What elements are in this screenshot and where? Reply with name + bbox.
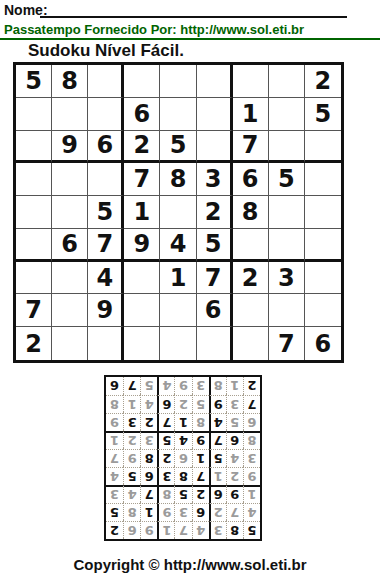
puzzle-cell-r3c8 (269, 131, 305, 164)
solution-cell-r6c1: 8 (243, 431, 260, 449)
puzzle-cell-r5c6: 2 (197, 196, 233, 229)
solution-cell-r1c8: 6 (123, 521, 140, 539)
puzzle-cell-r5c5 (160, 196, 196, 229)
puzzle-cell-r3c5: 5 (160, 131, 196, 164)
solution-cell-r3c1: 1 (243, 485, 260, 503)
solution-cell-r4c8: 5 (123, 467, 140, 485)
puzzle-cell-r9c9: 6 (305, 327, 341, 360)
puzzle-cell-r2c8 (269, 98, 305, 131)
solution-cell-r5c4: 1 (192, 449, 209, 467)
solution-cell-r1c5: 7 (174, 521, 191, 539)
solution-cell-r5c3: 5 (209, 449, 226, 467)
puzzle-cell-r8c1: 7 (16, 294, 52, 327)
solution-cell-r7c7: 2 (140, 413, 157, 431)
solution-cell-r9c8: 7 (123, 377, 140, 395)
solution-cell-r8c3: 9 (209, 395, 226, 413)
puzzle-cell-r1c7 (233, 65, 269, 98)
puzzle-cell-r4c4: 7 (124, 163, 160, 196)
solution-cell-r2c4: 6 (192, 503, 209, 521)
solution-cell-r6c3: 7 (209, 431, 226, 449)
solution-cell-r6c8: 2 (123, 431, 140, 449)
solution-cell-r1c6: 1 (157, 521, 174, 539)
puzzle-cell-r9c5 (160, 327, 196, 360)
puzzle-cell-r9c8: 7 (269, 327, 305, 360)
provided-by-rule (0, 38, 380, 40)
puzzle-cell-r7c5: 1 (160, 262, 196, 295)
puzzle-cell-r9c4 (124, 327, 160, 360)
solution-cell-r3c3: 6 (209, 485, 226, 503)
solution-cell-r3c9: 3 (106, 485, 123, 503)
puzzle-cell-r4c7: 6 (233, 163, 269, 196)
puzzle-cell-r4c1 (16, 163, 52, 196)
puzzle-cell-r4c2 (52, 163, 88, 196)
solution-cell-r7c9: 9 (106, 413, 123, 431)
puzzle-cell-r3c9 (305, 131, 341, 164)
puzzle-cell-r6c6: 5 (197, 229, 233, 262)
solution-cell-r7c5: 1 (174, 413, 191, 431)
puzzle-cell-r6c8 (269, 229, 305, 262)
puzzle-cell-r7c7: 2 (233, 262, 269, 295)
puzzle-cell-r4c3 (88, 163, 124, 196)
puzzle-cell-r7c9 (305, 262, 341, 295)
puzzle-cell-r7c3: 4 (88, 262, 124, 295)
puzzle-cell-r3c6 (197, 131, 233, 164)
solution-cell-r1c1: 5 (243, 521, 260, 539)
solution-cell-r3c7: 7 (140, 485, 157, 503)
puzzle-cell-r8c7 (233, 294, 269, 327)
puzzle-cell-r5c8 (269, 196, 305, 229)
puzzle-cell-r3c3: 6 (88, 131, 124, 164)
solution-cell-r1c4: 4 (192, 521, 209, 539)
solution-cell-r4c1: 9 (243, 467, 260, 485)
puzzle-cell-r1c4 (124, 65, 160, 98)
puzzle-cell-r1c8 (269, 65, 305, 98)
solution-cell-r1c7: 9 (140, 521, 157, 539)
puzzle-cell-r6c1 (16, 229, 52, 262)
solution-cell-r4c3: 1 (209, 467, 226, 485)
copyright-text: Copyright © http://www.sol.eti.br (0, 556, 380, 573)
puzzle-cell-r1c2: 8 (52, 65, 88, 98)
puzzle-cell-r9c1: 2 (16, 327, 52, 360)
solution-cell-r8c7: 4 (140, 395, 157, 413)
solution-cell-r2c1: 4 (243, 503, 260, 521)
puzzle-cell-r9c3 (88, 327, 124, 360)
puzzle-cell-r5c2 (52, 196, 88, 229)
solution-cell-r4c2: 2 (226, 467, 243, 485)
solution-cell-r8c2: 3 (226, 395, 243, 413)
solution-cell-r7c8: 3 (123, 413, 140, 431)
solution-cell-r5c7: 8 (140, 449, 157, 467)
solution-cell-r9c9: 6 (106, 377, 123, 395)
puzzle-cell-r5c9 (305, 196, 341, 229)
puzzle-cell-r1c5 (160, 65, 196, 98)
puzzle-cell-r9c2 (52, 327, 88, 360)
solution-cell-r6c6: 5 (157, 431, 174, 449)
solution-cell-r8c1: 7 (243, 395, 260, 413)
puzzle-cell-r7c8: 3 (269, 262, 305, 295)
puzzle-cell-r4c9 (305, 163, 341, 196)
puzzle-cell-r8c6: 6 (197, 294, 233, 327)
solution-cell-r4c9: 4 (106, 467, 123, 485)
puzzle-cell-r3c4: 2 (124, 131, 160, 164)
solution-cell-r5c5: 6 (174, 449, 191, 467)
puzzle-cell-r4c5: 8 (160, 163, 196, 196)
puzzle-cell-r6c4: 9 (124, 229, 160, 262)
solution-cell-r8c9: 8 (106, 395, 123, 413)
puzzle-cell-r6c9 (305, 229, 341, 262)
solution-cell-r6c9: 1 (106, 431, 123, 449)
puzzle-cell-r3c7: 7 (233, 131, 269, 164)
puzzle-cell-r7c6: 7 (197, 262, 233, 295)
puzzle-cell-r5c3: 5 (88, 196, 124, 229)
solution-cell-r1c9: 2 (106, 521, 123, 539)
puzzle-cell-r8c8 (269, 294, 305, 327)
solution-cell-r1c2: 8 (226, 521, 243, 539)
solution-cell-r3c5: 5 (174, 485, 191, 503)
solution-cell-r6c7: 3 (140, 431, 157, 449)
solution-cell-r2c2: 7 (226, 503, 243, 521)
puzzle-cell-r8c3: 9 (88, 294, 124, 327)
puzzle-cell-r1c6 (197, 65, 233, 98)
solution-cell-r7c6: 7 (157, 413, 174, 431)
puzzle-cell-r5c4: 1 (124, 196, 160, 229)
puzzle-cell-r7c2 (52, 262, 88, 295)
solution-cell-r2c9: 5 (106, 503, 123, 521)
solution-cell-r2c8: 8 (123, 503, 140, 521)
puzzle-cell-r6c2: 6 (52, 229, 88, 262)
puzzle-cell-r3c1 (16, 131, 52, 164)
solution-cell-r2c7: 1 (140, 503, 157, 521)
solution-cell-r3c2: 9 (226, 485, 243, 503)
solution-cell-r3c4: 2 (192, 485, 209, 503)
solution-cell-r7c4: 8 (192, 413, 209, 431)
puzzle-cell-r5c1 (16, 196, 52, 229)
puzzle-cell-r2c3 (88, 98, 124, 131)
puzzle-cell-r9c7 (233, 327, 269, 360)
solution-cell-r9c4: 3 (192, 377, 209, 395)
solution-cell-r8c8: 1 (123, 395, 140, 413)
puzzle-cell-r8c4 (124, 294, 160, 327)
puzzle-cell-r2c6 (197, 98, 233, 131)
solution-cell-r5c6: 2 (157, 449, 174, 467)
solution-cell-r9c3: 8 (209, 377, 226, 395)
solution-cell-r5c8: 9 (123, 449, 140, 467)
solution-cell-r8c6: 6 (157, 395, 174, 413)
solution-cell-r5c9: 7 (106, 449, 123, 467)
solution-cell-r9c2: 1 (226, 377, 243, 395)
puzzle-cell-r2c2 (52, 98, 88, 131)
solution-cell-r9c1: 2 (243, 377, 260, 395)
solution-cell-r8c5: 2 (174, 395, 191, 413)
solution-cell-r6c2: 6 (226, 431, 243, 449)
solution-cell-r6c5: 4 (174, 431, 191, 449)
puzzle-cell-r8c5 (160, 294, 196, 327)
puzzle-cell-r2c5 (160, 98, 196, 131)
puzzle-cell-r2c4: 6 (124, 98, 160, 131)
solution-cell-r1c3: 3 (209, 521, 226, 539)
puzzle-cell-r5c7: 8 (233, 196, 269, 229)
puzzle-cell-r1c3 (88, 65, 124, 98)
solution-cell-r5c1: 3 (243, 449, 260, 467)
puzzle-cell-r2c1 (16, 98, 52, 131)
page-title: Sudoku Nível Fácil. (28, 41, 184, 61)
solution-cell-r4c7: 6 (140, 467, 157, 485)
puzzle-cell-r6c7 (233, 229, 269, 262)
solution-cell-r4c6: 3 (157, 467, 174, 485)
provided-by-text: Passatempo Fornecido Por: http://www.sol… (4, 22, 304, 37)
solution-cell-r3c8: 4 (123, 485, 140, 503)
solution-cell-r7c3: 4 (209, 413, 226, 431)
puzzle-cell-r7c4 (124, 262, 160, 295)
solution-cell-r8c4: 5 (192, 395, 209, 413)
solution-cell-r2c3: 2 (209, 503, 226, 521)
solution-cell-r9c6: 4 (157, 377, 174, 395)
sudoku-puzzle-grid: 582615962577836551286794541723796276 (13, 62, 344, 363)
solution-cell-r3c6: 8 (157, 485, 174, 503)
solution-cell-r4c5: 8 (174, 467, 191, 485)
solution-cell-r4c4: 7 (192, 467, 209, 485)
solution-cell-r9c5: 9 (174, 377, 191, 395)
puzzle-cell-r4c6: 3 (197, 163, 233, 196)
solution-cell-r5c2: 4 (226, 449, 243, 467)
sudoku-solution-grid-rotated: 5834719624726391851962587439217836543451… (104, 375, 262, 541)
solution-cell-r7c2: 5 (226, 413, 243, 431)
puzzle-cell-r6c5: 4 (160, 229, 196, 262)
puzzle-cell-r2c7: 1 (233, 98, 269, 131)
puzzle-cell-r9c6 (197, 327, 233, 360)
solution-cell-r2c5: 3 (174, 503, 191, 521)
puzzle-cell-r4c8: 5 (269, 163, 305, 196)
solution-cell-r2c6: 9 (157, 503, 174, 521)
solution-cell-r6c4: 9 (192, 431, 209, 449)
solution-cell-r7c1: 6 (243, 413, 260, 431)
puzzle-cell-r8c2 (52, 294, 88, 327)
name-blank-line (40, 16, 347, 18)
puzzle-cell-r8c9 (305, 294, 341, 327)
puzzle-cell-r2c9: 5 (305, 98, 341, 131)
puzzle-cell-r3c2: 9 (52, 131, 88, 164)
solution-cell-r9c7: 5 (140, 377, 157, 395)
puzzle-cell-r1c9: 2 (305, 65, 341, 98)
puzzle-cell-r6c3: 7 (88, 229, 124, 262)
puzzle-cell-r1c1: 5 (16, 65, 52, 98)
puzzle-cell-r7c1 (16, 262, 52, 295)
